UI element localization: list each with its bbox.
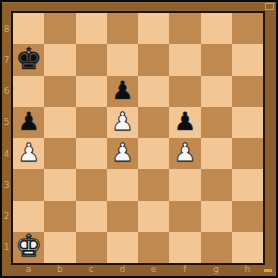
file-label-d: d (107, 262, 138, 275)
square-f8[interactable] (169, 13, 200, 44)
square-a4[interactable]: ♟ (13, 138, 44, 169)
square-d1[interactable] (107, 232, 138, 263)
square-f1[interactable] (169, 232, 200, 263)
rank-labels: 87654321 (2, 13, 11, 263)
square-e7[interactable] (138, 44, 169, 75)
square-c5[interactable] (76, 107, 107, 138)
square-a3[interactable] (13, 169, 44, 200)
square-c2[interactable] (76, 201, 107, 232)
square-a2[interactable] (13, 201, 44, 232)
square-g5[interactable] (201, 107, 232, 138)
square-e2[interactable] (138, 201, 169, 232)
frame-corner-dash-icon (264, 269, 272, 272)
square-g8[interactable] (201, 13, 232, 44)
square-f4[interactable]: ♟ (169, 138, 200, 169)
file-label-e: e (138, 262, 169, 275)
square-g3[interactable] (201, 169, 232, 200)
square-h2[interactable] (232, 201, 263, 232)
square-d7[interactable] (107, 44, 138, 75)
square-c1[interactable] (76, 232, 107, 263)
rank-label-7: 7 (2, 44, 11, 75)
square-d8[interactable] (107, 13, 138, 44)
square-c4[interactable] (76, 138, 107, 169)
rank-label-6: 6 (2, 76, 11, 107)
square-h1[interactable] (232, 232, 263, 263)
black-pawn[interactable]: ♟ (174, 109, 196, 134)
file-label-c: c (76, 262, 107, 275)
square-c8[interactable] (76, 13, 107, 44)
square-a8[interactable] (13, 13, 44, 44)
black-pawn[interactable]: ♟ (17, 109, 39, 134)
square-e1[interactable] (138, 232, 169, 263)
file-label-b: b (44, 262, 75, 275)
square-h5[interactable] (232, 107, 263, 138)
rank-label-8: 8 (2, 13, 11, 44)
square-a1[interactable]: ♚ (13, 232, 44, 263)
square-f5[interactable]: ♟ (169, 107, 200, 138)
square-c7[interactable] (76, 44, 107, 75)
square-c3[interactable] (76, 169, 107, 200)
file-label-h: h (232, 262, 263, 275)
square-f3[interactable] (169, 169, 200, 200)
rank-label-2: 2 (2, 201, 11, 232)
square-f7[interactable] (169, 44, 200, 75)
square-d3[interactable] (107, 169, 138, 200)
black-king[interactable]: ♚ (15, 44, 42, 74)
white-king[interactable]: ♚ (15, 232, 42, 262)
square-d5[interactable]: ♟ (107, 107, 138, 138)
square-b7[interactable] (44, 44, 75, 75)
square-g1[interactable] (201, 232, 232, 263)
square-b6[interactable] (44, 76, 75, 107)
square-a7[interactable]: ♚ (13, 44, 44, 75)
chess-board: ♚♟♟♟♟♟♟♟♚ (11, 11, 265, 265)
square-b5[interactable] (44, 107, 75, 138)
chess-board-frame: ♚♟♟♟♟♟♟♟♚ 87654321 abcdefgh (0, 0, 278, 278)
file-label-f: f (169, 262, 200, 275)
rank-label-1: 1 (2, 232, 11, 263)
square-b2[interactable] (44, 201, 75, 232)
square-a6[interactable] (13, 76, 44, 107)
rank-label-5: 5 (2, 107, 11, 138)
square-b8[interactable] (44, 13, 75, 44)
rank-label-3: 3 (2, 169, 11, 200)
square-e6[interactable] (138, 76, 169, 107)
square-c6[interactable] (76, 76, 107, 107)
square-h7[interactable] (232, 44, 263, 75)
square-f2[interactable] (169, 201, 200, 232)
square-h8[interactable] (232, 13, 263, 44)
frame-corner-rect-icon (265, 3, 274, 10)
square-b3[interactable] (44, 169, 75, 200)
file-labels: abcdefgh (13, 262, 263, 275)
white-pawn[interactable]: ♟ (174, 140, 196, 165)
square-d4[interactable]: ♟ (107, 138, 138, 169)
square-h4[interactable] (232, 138, 263, 169)
square-g6[interactable] (201, 76, 232, 107)
square-f6[interactable] (169, 76, 200, 107)
file-label-a: a (13, 262, 44, 275)
square-g4[interactable] (201, 138, 232, 169)
square-e5[interactable] (138, 107, 169, 138)
file-label-g: g (201, 262, 232, 275)
white-pawn[interactable]: ♟ (111, 109, 133, 134)
square-b4[interactable] (44, 138, 75, 169)
square-h6[interactable] (232, 76, 263, 107)
square-h3[interactable] (232, 169, 263, 200)
square-e4[interactable] (138, 138, 169, 169)
square-g7[interactable] (201, 44, 232, 75)
rank-label-4: 4 (2, 138, 11, 169)
black-pawn[interactable]: ♟ (111, 78, 133, 103)
square-d6[interactable]: ♟ (107, 76, 138, 107)
square-e8[interactable] (138, 13, 169, 44)
square-d2[interactable] (107, 201, 138, 232)
white-pawn[interactable]: ♟ (111, 140, 133, 165)
square-a5[interactable]: ♟ (13, 107, 44, 138)
white-pawn[interactable]: ♟ (17, 140, 39, 165)
square-g2[interactable] (201, 201, 232, 232)
square-e3[interactable] (138, 169, 169, 200)
square-b1[interactable] (44, 232, 75, 263)
